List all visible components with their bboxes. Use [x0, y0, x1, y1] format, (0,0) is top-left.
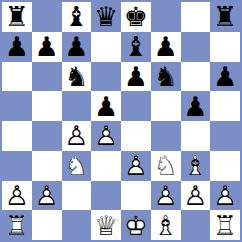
square-g4[interactable]	[181, 121, 211, 151]
piece-black-knight[interactable]: ♞	[151, 62, 181, 92]
square-g3[interactable]: ♝♗	[181, 151, 211, 181]
square-d1[interactable]: ♛♕	[91, 210, 121, 240]
square-b7[interactable]: ♟	[32, 32, 62, 62]
square-c1[interactable]	[62, 210, 92, 240]
square-g8[interactable]	[181, 2, 211, 32]
square-c6[interactable]: ♞	[62, 62, 92, 92]
piece-black-pawn[interactable]: ♟	[210, 62, 240, 92]
square-c8[interactable]: ♝	[62, 2, 92, 32]
chess-board: ♜♝♛♚♜♟♟♟♝♟♞♟♞♟♟♟♟♙♟♙♞♘♟♙♞♘♝♗♟♙♟♙♟♙♟♙♟♙♜♖…	[0, 0, 242, 242]
square-a7[interactable]: ♟	[2, 32, 32, 62]
square-b2[interactable]: ♟♙	[32, 181, 62, 211]
square-f7[interactable]: ♟	[151, 32, 181, 62]
piece-white-rook[interactable]: ♜♖	[210, 210, 240, 240]
square-f6[interactable]: ♞	[151, 62, 181, 92]
square-c2[interactable]	[62, 181, 92, 211]
square-d5[interactable]: ♟	[91, 91, 121, 121]
square-g6[interactable]	[181, 62, 211, 92]
piece-white-pawn[interactable]: ♟♙	[151, 181, 181, 211]
piece-white-pawn[interactable]: ♟♙	[62, 121, 92, 151]
piece-white-pawn[interactable]: ♟♙	[121, 151, 151, 181]
square-g1[interactable]	[181, 210, 211, 240]
square-a4[interactable]	[2, 121, 32, 151]
square-d6[interactable]	[91, 62, 121, 92]
piece-black-rook[interactable]: ♜	[210, 2, 240, 32]
piece-black-bishop[interactable]: ♝	[121, 32, 151, 62]
piece-white-pawn[interactable]: ♟♙	[32, 181, 62, 211]
square-h5[interactable]	[210, 91, 240, 121]
square-h2[interactable]: ♟♙	[210, 181, 240, 211]
square-a1[interactable]: ♜♖	[2, 210, 32, 240]
square-e8[interactable]: ♚	[121, 2, 151, 32]
square-d7[interactable]	[91, 32, 121, 62]
piece-white-knight[interactable]: ♞♘	[62, 151, 92, 181]
square-h4[interactable]	[210, 121, 240, 151]
square-e6[interactable]: ♟	[121, 62, 151, 92]
square-a3[interactable]	[2, 151, 32, 181]
square-g5[interactable]: ♟	[181, 91, 211, 121]
square-f4[interactable]	[151, 121, 181, 151]
piece-black-king[interactable]: ♚	[121, 2, 151, 32]
square-f2[interactable]: ♟♙	[151, 181, 181, 211]
square-b3[interactable]	[32, 151, 62, 181]
piece-black-pawn[interactable]: ♟	[2, 32, 32, 62]
square-g2[interactable]: ♟♙	[181, 181, 211, 211]
square-a8[interactable]: ♜	[2, 2, 32, 32]
square-c5[interactable]	[62, 91, 92, 121]
square-b5[interactable]	[32, 91, 62, 121]
square-a5[interactable]	[2, 91, 32, 121]
square-e5[interactable]	[121, 91, 151, 121]
square-f3[interactable]: ♞♘	[151, 151, 181, 181]
square-h6[interactable]: ♟	[210, 62, 240, 92]
square-c7[interactable]: ♟	[62, 32, 92, 62]
square-c4[interactable]: ♟♙	[62, 121, 92, 151]
piece-white-pawn[interactable]: ♟♙	[2, 181, 32, 211]
square-g7[interactable]	[181, 32, 211, 62]
piece-black-queen[interactable]: ♛	[91, 2, 121, 32]
square-d3[interactable]	[91, 151, 121, 181]
square-e3[interactable]: ♟♙	[121, 151, 151, 181]
piece-white-bishop[interactable]: ♝♗	[151, 210, 181, 240]
square-h1[interactable]: ♜♖	[210, 210, 240, 240]
square-h7[interactable]	[210, 32, 240, 62]
square-h8[interactable]: ♜	[210, 2, 240, 32]
square-b1[interactable]	[32, 210, 62, 240]
square-d2[interactable]	[91, 181, 121, 211]
square-a6[interactable]	[2, 62, 32, 92]
piece-black-pawn[interactable]: ♟	[151, 32, 181, 62]
square-b8[interactable]	[32, 2, 62, 32]
piece-white-pawn[interactable]: ♟♙	[210, 181, 240, 211]
piece-white-pawn[interactable]: ♟♙	[91, 121, 121, 151]
square-f8[interactable]	[151, 2, 181, 32]
square-d4[interactable]: ♟♙	[91, 121, 121, 151]
piece-white-queen[interactable]: ♛♕	[91, 210, 121, 240]
square-e2[interactable]	[121, 181, 151, 211]
piece-white-knight[interactable]: ♞♘	[151, 151, 181, 181]
piece-black-knight[interactable]: ♞	[62, 62, 92, 92]
square-f5[interactable]	[151, 91, 181, 121]
piece-white-rook[interactable]: ♜♖	[2, 210, 32, 240]
square-e7[interactable]: ♝	[121, 32, 151, 62]
square-e4[interactable]	[121, 121, 151, 151]
piece-black-bishop[interactable]: ♝	[62, 2, 92, 32]
square-e1[interactable]: ♚♔	[121, 210, 151, 240]
square-b6[interactable]	[32, 62, 62, 92]
square-c3[interactable]: ♞♘	[62, 151, 92, 181]
piece-black-pawn[interactable]: ♟	[62, 32, 92, 62]
square-f1[interactable]: ♝♗	[151, 210, 181, 240]
piece-black-pawn[interactable]: ♟	[121, 62, 151, 92]
square-a2[interactable]: ♟♙	[2, 181, 32, 211]
square-b4[interactable]	[32, 121, 62, 151]
piece-black-pawn[interactable]: ♟	[32, 32, 62, 62]
piece-black-rook[interactable]: ♜	[2, 2, 32, 32]
square-h3[interactable]	[210, 151, 240, 181]
piece-black-pawn[interactable]: ♟	[91, 91, 121, 121]
square-d8[interactable]: ♛	[91, 2, 121, 32]
piece-white-king[interactable]: ♚♔	[121, 210, 151, 240]
piece-white-pawn[interactable]: ♟♙	[181, 181, 211, 211]
piece-black-pawn[interactable]: ♟	[181, 91, 211, 121]
piece-white-bishop[interactable]: ♝♗	[181, 151, 211, 181]
